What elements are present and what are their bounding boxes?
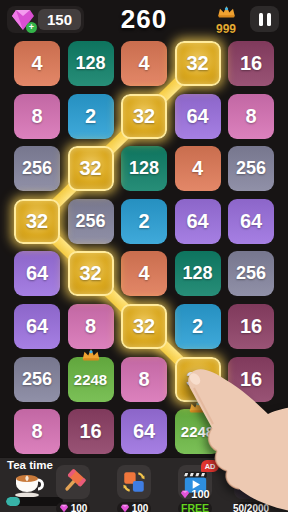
pause-button[interactable]	[250, 6, 279, 32]
booster-hammer-button[interactable]: 100	[56, 465, 90, 512]
tile-r8c1[interactable]: 8	[14, 409, 60, 454]
piggy-progress: 50/2000	[234, 502, 268, 512]
tile-r1c2[interactable]: 128	[68, 41, 114, 86]
tile-value: 16	[240, 315, 262, 338]
free-gems-ad-button[interactable]: AD 100 FREE	[178, 465, 212, 512]
tile-r8c3[interactable]: 64	[121, 409, 167, 454]
tile-r4c2[interactable]: 256	[68, 199, 114, 244]
tea-progress-fill	[6, 497, 20, 506]
hammer-cost: 100	[56, 502, 90, 512]
tile-r1c5[interactable]: 16	[228, 41, 274, 86]
tile-r5c3[interactable]: 4	[121, 251, 167, 296]
piggy-bank-button[interactable]: 50/2000	[234, 465, 268, 512]
tile-value: 16	[240, 368, 262, 391]
tile-r6c2[interactable]: 8	[68, 304, 114, 349]
tile-value: 4	[138, 262, 149, 285]
tile-r1c4[interactable]: 32	[175, 41, 221, 86]
tile-value: 2248	[181, 423, 214, 440]
tile-r1c3[interactable]: 4	[121, 41, 167, 86]
tile-r5c2[interactable]: 32	[68, 251, 114, 296]
tile-r2c4[interactable]: 64	[175, 94, 221, 139]
tile-value: 2	[138, 210, 149, 233]
tile-value: 256	[236, 263, 266, 284]
tile-value: 4	[138, 52, 149, 75]
tile-r5c5[interactable]: 256	[228, 251, 274, 296]
tile-value: 256	[236, 158, 266, 179]
tile-r7c1[interactable]: 256	[14, 357, 60, 402]
gem-icon	[120, 504, 130, 512]
swap-cost: 100	[117, 502, 151, 512]
tile-r3c1[interactable]: 256	[14, 146, 60, 191]
tile-r3c3[interactable]: 128	[121, 146, 167, 191]
hammer-icon	[60, 469, 86, 495]
tea-time-event-button[interactable]: Tea time	[4, 459, 64, 502]
tile-value: 32	[26, 210, 48, 233]
ad-reward: 100	[178, 488, 212, 500]
tea-progress-bar	[6, 497, 63, 506]
tile-value: 256	[22, 369, 52, 390]
tile-value: 128	[75, 53, 105, 74]
piggy-bank-icon	[237, 469, 265, 495]
tile-r7c4[interactable]: 32	[175, 357, 221, 402]
tile-value: 32	[79, 157, 101, 180]
tile-r2c2[interactable]: 2	[68, 94, 114, 139]
tile-r5c1[interactable]: 64	[14, 251, 60, 296]
tile-value: 256	[75, 211, 105, 232]
tile-value: 2248	[74, 371, 107, 388]
tile-r6c5[interactable]: 16	[228, 304, 274, 349]
tile-value: 8	[245, 105, 256, 128]
tile-value: 2	[192, 315, 203, 338]
board: 4128432168232648256321284256322562646464…	[0, 0, 288, 512]
tile-r6c4[interactable]: 2	[175, 304, 221, 349]
tile-r5c4[interactable]: 128	[175, 251, 221, 296]
score-value: 260	[0, 4, 288, 35]
tile-r3c4[interactable]: 4	[175, 146, 221, 191]
tea-time-label: Tea time	[4, 459, 64, 471]
ad-badge: AD	[201, 460, 219, 472]
tile-r4c5[interactable]: 64	[228, 199, 274, 244]
crown-count: 999	[208, 22, 244, 36]
tile-r7c3[interactable]: 8	[121, 357, 167, 402]
tile-value: 32	[79, 262, 101, 285]
swap-icon	[121, 469, 147, 495]
tile-value: 8	[31, 420, 42, 443]
tile-r6c3[interactable]: 32	[121, 304, 167, 349]
tile-value: 128	[182, 263, 212, 284]
crown-icon	[81, 348, 100, 361]
tile-r7c5[interactable]: 16	[228, 357, 274, 402]
bottom-bar: Tea time	[0, 457, 288, 512]
tile-r8c2[interactable]: 16	[68, 409, 114, 454]
crown-icon	[188, 400, 207, 413]
tile-value: 64	[26, 262, 48, 285]
tile-value: 8	[138, 368, 149, 391]
gem-icon	[59, 504, 69, 512]
tile-value: 16	[79, 420, 101, 443]
tile-value: 4	[31, 52, 42, 75]
tile-r4c3[interactable]: 2	[121, 199, 167, 244]
tile-r4c1[interactable]: 32	[14, 199, 60, 244]
tile-r6c1[interactable]: 64	[14, 304, 60, 349]
tile-value: 64	[26, 315, 48, 338]
tile-r2c5[interactable]: 8	[228, 94, 274, 139]
tile-value: 64	[133, 420, 155, 443]
tile-r7c2[interactable]: 2248	[68, 357, 114, 402]
tile-value: 32	[186, 368, 208, 391]
tile-value: 32	[133, 105, 155, 128]
tile-r2c1[interactable]: 8	[14, 94, 60, 139]
tile-r3c2[interactable]: 32	[68, 146, 114, 191]
tile-value: 32	[133, 315, 155, 338]
tile-value: 64	[186, 105, 208, 128]
tile-value: 2	[85, 105, 96, 128]
tile-value: 16	[240, 52, 262, 75]
booster-swap-button[interactable]: 100	[117, 465, 151, 512]
tile-value: 4	[192, 157, 203, 180]
tile-value: 128	[129, 158, 159, 179]
tile-r3c5[interactable]: 256	[228, 146, 274, 191]
top-bar: + 150 260 999	[0, 0, 288, 38]
tile-r4c4[interactable]: 64	[175, 199, 221, 244]
tile-value: 32	[186, 52, 208, 75]
free-label: FREE	[178, 502, 212, 512]
pause-icon	[259, 13, 263, 26]
tile-value: 8	[85, 315, 96, 338]
gem-icon	[180, 490, 190, 499]
tile-value: 256	[22, 158, 52, 179]
tile-value: 64	[186, 210, 208, 233]
tile-r8c4[interactable]: 2248	[175, 409, 221, 454]
tile-r2c3[interactable]: 32	[121, 94, 167, 139]
tile-value: 8	[31, 105, 42, 128]
crown-icon	[217, 5, 236, 18]
tile-r1c1[interactable]: 4	[14, 41, 60, 86]
crown-counter: 999	[208, 4, 244, 36]
game-screen: + 150 260 999 41284321682326482563212842…	[0, 0, 288, 512]
tile-value: 64	[240, 210, 262, 233]
